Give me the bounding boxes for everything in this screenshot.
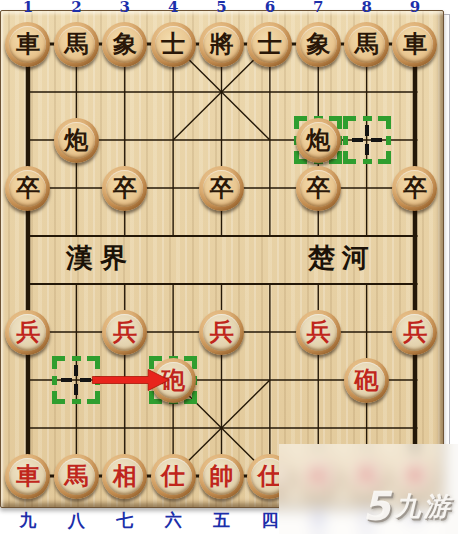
- file-label-bottom: 四: [259, 509, 281, 532]
- piece-character: 車: [9, 458, 46, 495]
- file-label-top: 8: [358, 0, 376, 16]
- piece-character: 卒: [106, 170, 143, 207]
- crosshair-cursor: [61, 365, 91, 395]
- red-chariot[interactable]: 車: [5, 454, 50, 499]
- red-cannon[interactable]: 砲: [344, 358, 389, 403]
- piece-character: 士: [155, 26, 192, 63]
- piece-character: 兵: [396, 314, 433, 351]
- black-cannon[interactable]: 炮: [54, 118, 99, 163]
- 9game-logo-text: 九游: [393, 489, 458, 524]
- piece-character: 卒: [9, 170, 46, 207]
- black-horse[interactable]: 馬: [344, 22, 389, 67]
- file-label-bottom: 七: [114, 509, 136, 532]
- piece-character: 帥: [203, 458, 240, 495]
- file-label-top: 3: [116, 0, 134, 16]
- black-general[interactable]: 將: [199, 22, 244, 67]
- piece-character: 仕: [155, 458, 192, 495]
- file-label-top: 7: [309, 0, 327, 16]
- red-advisor[interactable]: 仕: [151, 454, 196, 499]
- black-soldier[interactable]: 卒: [392, 166, 437, 211]
- file-label-bottom: 八: [65, 509, 87, 532]
- piece-character: 兵: [300, 314, 337, 351]
- piece-character: 相: [106, 458, 143, 495]
- piece-character: 卒: [203, 170, 240, 207]
- red-elephant[interactable]: 相: [102, 454, 147, 499]
- red-cannon[interactable]: 砲: [151, 358, 196, 403]
- page-border-tick: [444, 14, 450, 15]
- watermark-overlay: 5 九游: [279, 444, 458, 534]
- black-elephant[interactable]: 象: [102, 22, 147, 67]
- red-general[interactable]: 帥: [199, 454, 244, 499]
- black-soldier[interactable]: 卒: [199, 166, 244, 211]
- file-label-top: 2: [67, 0, 85, 16]
- black-advisor[interactable]: 士: [151, 22, 196, 67]
- red-soldier[interactable]: 兵: [5, 310, 50, 355]
- piece-character: 馬: [348, 26, 385, 63]
- piece-character: 象: [300, 26, 337, 63]
- board-grid: 車馬象士將士象馬車炮炮卒卒卒卒卒兵兵兵兵兵砲砲車馬相仕帥仕相馬車: [4, 20, 439, 500]
- piece-character: 車: [9, 26, 46, 63]
- piece-character: 炮: [300, 122, 337, 159]
- piece-character: 卒: [396, 170, 433, 207]
- red-soldier[interactable]: 兵: [199, 310, 244, 355]
- black-chariot[interactable]: 車: [392, 22, 437, 67]
- piece-character: 車: [396, 26, 433, 63]
- piece-character: 士: [251, 26, 288, 63]
- piece-character: 炮: [58, 122, 95, 159]
- piece-character: 兵: [203, 314, 240, 351]
- file-label-bottom: 九: [17, 509, 39, 532]
- piece-character: 馬: [58, 26, 95, 63]
- piece-character: 砲: [348, 362, 385, 399]
- piece-character: 卒: [300, 170, 337, 207]
- piece-character: 將: [203, 26, 240, 63]
- black-soldier[interactable]: 卒: [102, 166, 147, 211]
- piece-character: 砲: [155, 362, 192, 399]
- file-label-top: 5: [213, 0, 231, 16]
- file-label-top: 4: [164, 0, 182, 16]
- file-label-top: 1: [19, 0, 37, 16]
- red-soldier[interactable]: 兵: [296, 310, 341, 355]
- file-label-bottom: 五: [211, 509, 233, 532]
- red-soldier[interactable]: 兵: [392, 310, 437, 355]
- piece-character: 馬: [58, 458, 95, 495]
- black-soldier[interactable]: 卒: [296, 166, 341, 211]
- file-label-top: 6: [261, 0, 279, 16]
- piece-character: 兵: [9, 314, 46, 351]
- niugame-watermark: 5 九游: [362, 486, 458, 526]
- piece-character: 象: [106, 26, 143, 63]
- piece-character: 兵: [106, 314, 143, 351]
- black-advisor[interactable]: 士: [247, 22, 292, 67]
- red-horse[interactable]: 馬: [54, 454, 99, 499]
- black-chariot[interactable]: 車: [5, 22, 50, 67]
- crosshair-cursor: [352, 125, 382, 155]
- file-label-bottom: 六: [162, 509, 184, 532]
- black-horse[interactable]: 馬: [54, 22, 99, 67]
- black-elephant[interactable]: 象: [296, 22, 341, 67]
- black-cannon[interactable]: 炮: [296, 118, 341, 163]
- xiangqi-game-screen: 漢界 楚河 123456789 九八七六五四三二一 車馬象士將士象馬車炮炮卒卒卒…: [0, 0, 458, 534]
- file-label-top: 9: [406, 0, 424, 16]
- black-soldier[interactable]: 卒: [5, 166, 50, 211]
- red-soldier[interactable]: 兵: [102, 310, 147, 355]
